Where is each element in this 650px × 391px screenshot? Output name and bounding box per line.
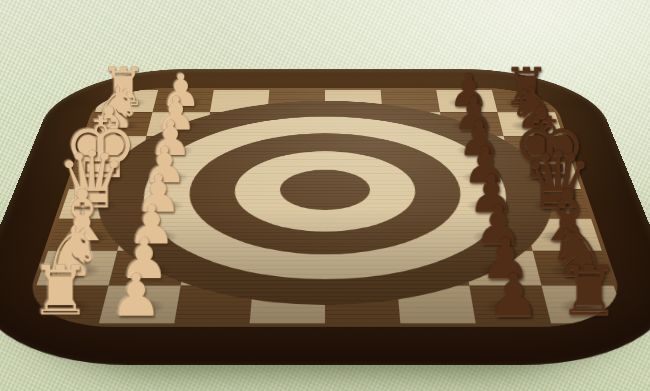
white-pawn-glyph: ♟ <box>110 266 163 325</box>
black-pawn-glyph: ♟ <box>487 266 540 325</box>
black-rook-glyph: ♜ <box>559 257 620 325</box>
white-rook-glyph: ♜ <box>30 257 91 325</box>
pieces-layer: ♜♞♝♛♚♝♞♜♟♟♟♟♟♟♟♟♟♟♟♟♟♟♟♟♜♞♝♛♚♝♞♜ <box>0 69 650 365</box>
white-pawn-a2[interactable]: ♟ <box>99 286 181 324</box>
black-rook-a8[interactable]: ♜ <box>541 286 626 324</box>
photo-scene: ♜♞♝♛♚♝♞♜♟♟♟♟♟♟♟♟♟♟♟♟♟♟♟♟♜♞♝♛♚♝♞♜ <box>0 0 650 391</box>
white-rook-a1[interactable]: ♜ <box>24 286 109 324</box>
black-pawn-a7[interactable]: ♟ <box>469 286 551 324</box>
